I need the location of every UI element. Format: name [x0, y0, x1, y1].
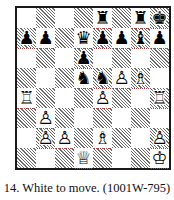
- square-e1: [93, 148, 112, 168]
- square-b6: [36, 48, 55, 68]
- piece-outline: ♗: [132, 68, 148, 88]
- piece-outline: ♙: [113, 68, 129, 88]
- piece-black-rook-e8: ♜: [94, 8, 110, 28]
- square-a3: [17, 108, 36, 128]
- piece-outline: ♙: [151, 128, 167, 148]
- square-g7: ♝: [131, 28, 150, 48]
- square-e7: ♟: [93, 28, 112, 48]
- piece-black-pawn-f7: ♟: [113, 28, 129, 48]
- page: { "game": "chess", "caption": { "text": …: [0, 0, 174, 200]
- square-c1: [55, 148, 74, 168]
- piece-outline: ♔: [151, 148, 167, 168]
- square-h7: ♟: [150, 28, 169, 48]
- square-b5: [36, 68, 55, 88]
- piece-black-rook-g8: ♜: [132, 8, 148, 28]
- piece-outline: ♙: [94, 88, 110, 108]
- square-b3: ♟♙: [36, 108, 55, 128]
- piece-white-rook-a4: ♜♖: [18, 88, 34, 108]
- piece-outline: ♙: [37, 128, 53, 148]
- square-g1: [131, 148, 150, 168]
- square-e6: [93, 48, 112, 68]
- square-f6: [112, 48, 131, 68]
- piece-outline: ♕: [75, 148, 91, 168]
- piece-white-pawn-b3: ♟♙: [37, 108, 53, 128]
- piece-black-king-h8: ♚: [151, 8, 167, 28]
- square-a7: ♟: [17, 28, 36, 48]
- piece-outline: ♖: [18, 88, 34, 108]
- square-b8: [36, 8, 55, 28]
- square-b2: ♟♙: [36, 128, 55, 148]
- square-e3: [93, 108, 112, 128]
- square-b4: [36, 88, 55, 108]
- piece-black-pawn-e7: ♟: [94, 28, 110, 48]
- square-h1: ♚♔: [150, 148, 169, 168]
- square-g4: [131, 88, 150, 108]
- square-g2: [131, 128, 150, 148]
- square-b1: [36, 148, 55, 168]
- piece-white-pawn-f5: ♟♙: [113, 68, 129, 88]
- square-a5: [17, 68, 36, 88]
- square-d2: [74, 128, 93, 148]
- square-h2: ♟♙: [150, 128, 169, 148]
- caption: 14. White to move. (1001W-795): [0, 181, 174, 196]
- piece-outline: ♖: [151, 88, 167, 108]
- piece-white-bishop-g5: ♝♗: [132, 68, 148, 88]
- square-a8: [17, 8, 36, 28]
- square-f1: [112, 148, 131, 168]
- square-b7: ♟: [36, 28, 55, 48]
- piece-black-queen-d7: ♛: [75, 28, 91, 48]
- square-g5: ♝♗: [131, 68, 150, 88]
- piece-white-pawn-h2: ♟♙: [151, 128, 167, 148]
- piece-white-pawn-e4: ♟♙: [94, 88, 110, 108]
- square-f4: [112, 88, 131, 108]
- piece-black-knight-d5: ♞: [75, 68, 91, 88]
- square-d4: [74, 88, 93, 108]
- square-c6: [55, 48, 74, 68]
- square-d5: ♞: [74, 68, 93, 88]
- square-a4: ♜♖: [17, 88, 36, 108]
- piece-black-knight-e5: ♞: [94, 68, 110, 88]
- square-e2: ♝♗: [93, 128, 112, 148]
- piece-outline: ♗: [94, 128, 110, 148]
- square-g8: ♜: [131, 8, 150, 28]
- square-d7: ♛: [74, 28, 93, 48]
- square-e8: ♜: [93, 8, 112, 28]
- square-d8: [74, 8, 93, 28]
- square-e4: ♟♙: [93, 88, 112, 108]
- piece-black-pawn-h7: ♟: [151, 28, 167, 48]
- piece-black-pawn-a7: ♟: [18, 28, 34, 48]
- square-f3: [112, 108, 131, 128]
- square-f8: [112, 8, 131, 28]
- square-h8: ♚: [150, 8, 169, 28]
- piece-white-king-h1: ♚♔: [151, 148, 167, 168]
- square-c5: [55, 68, 74, 88]
- square-c7: [55, 28, 74, 48]
- square-g6: [131, 48, 150, 68]
- square-d6: ♟: [74, 48, 93, 68]
- square-d1: ♛♕: [74, 148, 93, 168]
- piece-black-pawn-d6: ♟: [75, 48, 91, 68]
- square-d3: [74, 108, 93, 128]
- square-h3: [150, 108, 169, 128]
- square-h5: [150, 68, 169, 88]
- piece-black-pawn-b7: ♟: [37, 28, 53, 48]
- square-c8: [55, 8, 74, 28]
- square-g3: [131, 108, 150, 128]
- square-h4: ♜♖: [150, 88, 169, 108]
- piece-white-pawn-b2: ♟♙: [37, 128, 53, 148]
- square-c4: [55, 88, 74, 108]
- square-e5: ♞: [93, 68, 112, 88]
- square-a2: [17, 128, 36, 148]
- piece-outline: ♙: [56, 128, 72, 148]
- piece-white-bishop-e2: ♝♗: [94, 128, 110, 148]
- piece-white-rook-h4: ♜♖: [151, 88, 167, 108]
- square-f7: ♟: [112, 28, 131, 48]
- piece-white-queen-d1: ♛♕: [75, 148, 91, 168]
- square-f2: [112, 128, 131, 148]
- square-f5: ♟♙: [112, 68, 131, 88]
- piece-outline: ♙: [37, 108, 53, 128]
- square-c2: ♟♙: [55, 128, 74, 148]
- square-a6: [17, 48, 36, 68]
- square-a1: [17, 148, 36, 168]
- piece-black-bishop-g7: ♝: [132, 28, 148, 48]
- square-c3: [55, 108, 74, 128]
- chessboard: ♜♜♚♟♟♛♟♟♝♟♟♞♞♟♙♝♗♜♖♟♙♜♖♟♙♟♙♟♙♝♗♟♙♛♕♚♔: [15, 6, 171, 170]
- square-h6: [150, 48, 169, 68]
- piece-white-pawn-c2: ♟♙: [56, 128, 72, 148]
